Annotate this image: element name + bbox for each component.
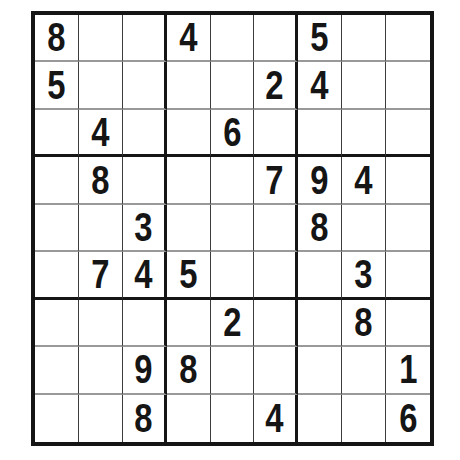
- cell-r1c8[interactable]: [342, 15, 386, 62]
- cell-r8c3[interactable]: 9: [123, 347, 167, 394]
- cell-r6c1[interactable]: [35, 252, 79, 299]
- cell-r4c5[interactable]: [211, 157, 255, 204]
- cell-r3c7[interactable]: [298, 110, 342, 157]
- cell-r1c2[interactable]: [79, 15, 123, 62]
- cell-r2c2[interactable]: [79, 62, 123, 109]
- given-digit: 6: [399, 398, 417, 439]
- cell-r3c6[interactable]: [254, 110, 298, 157]
- cell-r3c2[interactable]: 4: [79, 110, 123, 157]
- cell-r2c9[interactable]: [386, 62, 430, 109]
- cell-r6c3[interactable]: 4: [123, 252, 167, 299]
- given-digit: 3: [355, 254, 373, 295]
- given-digit: 4: [134, 254, 152, 295]
- cell-r5c6[interactable]: [254, 205, 298, 252]
- cell-r9c1[interactable]: [35, 395, 79, 442]
- cell-r4c6[interactable]: 7: [254, 157, 298, 204]
- cell-r5c7[interactable]: 8: [298, 205, 342, 252]
- cell-r4c3[interactable]: [123, 157, 167, 204]
- given-digit: 4: [355, 160, 373, 201]
- cell-r9c5[interactable]: [211, 395, 255, 442]
- cell-r8c2[interactable]: [79, 347, 123, 394]
- given-digit: 4: [266, 398, 284, 439]
- cell-r8c4[interactable]: 8: [167, 347, 211, 394]
- cell-r6c6[interactable]: [254, 252, 298, 299]
- cell-r4c4[interactable]: [167, 157, 211, 204]
- cell-r1c3[interactable]: [123, 15, 167, 62]
- given-digit: 4: [91, 112, 109, 153]
- cell-r4c8[interactable]: 4: [342, 157, 386, 204]
- cell-r9c2[interactable]: [79, 395, 123, 442]
- given-digit: 2: [223, 302, 241, 343]
- cell-r5c9[interactable]: [386, 205, 430, 252]
- cell-r3c5[interactable]: 6: [211, 110, 255, 157]
- cell-r7c5[interactable]: 2: [211, 300, 255, 347]
- given-digit: 1: [399, 349, 417, 390]
- cell-r9c6[interactable]: 4: [254, 395, 298, 442]
- given-digit: 8: [91, 160, 109, 201]
- cell-r5c8[interactable]: [342, 205, 386, 252]
- cell-r2c3[interactable]: [123, 62, 167, 109]
- cell-r1c6[interactable]: [254, 15, 298, 62]
- cell-r7c8[interactable]: 8: [342, 300, 386, 347]
- cell-r8c1[interactable]: [35, 347, 79, 394]
- cell-r6c4[interactable]: 5: [167, 252, 211, 299]
- cell-r9c8[interactable]: [342, 395, 386, 442]
- cell-r7c4[interactable]: [167, 300, 211, 347]
- given-digit: 6: [223, 112, 241, 153]
- cell-r4c9[interactable]: [386, 157, 430, 204]
- cell-r5c3[interactable]: 3: [123, 205, 167, 252]
- cell-r2c8[interactable]: [342, 62, 386, 109]
- cell-r2c4[interactable]: [167, 62, 211, 109]
- cell-r9c7[interactable]: [298, 395, 342, 442]
- given-digit: 9: [134, 349, 152, 390]
- cell-r4c2[interactable]: 8: [79, 157, 123, 204]
- cell-r3c3[interactable]: [123, 110, 167, 157]
- given-digit: 8: [355, 302, 373, 343]
- cell-r1c5[interactable]: [211, 15, 255, 62]
- cell-r2c6[interactable]: 2: [254, 62, 298, 109]
- cell-r6c5[interactable]: [211, 252, 255, 299]
- cell-r3c4[interactable]: [167, 110, 211, 157]
- given-digit: 3: [134, 207, 152, 248]
- given-digit: 2: [266, 65, 284, 106]
- cell-r6c2[interactable]: 7: [79, 252, 123, 299]
- cell-r8c9[interactable]: 1: [386, 347, 430, 394]
- cell-r2c1[interactable]: 5: [35, 62, 79, 109]
- cell-r5c5[interactable]: [211, 205, 255, 252]
- cell-r6c8[interactable]: 3: [342, 252, 386, 299]
- cell-r6c7[interactable]: [298, 252, 342, 299]
- cell-r5c2[interactable]: [79, 205, 123, 252]
- cell-r3c1[interactable]: [35, 110, 79, 157]
- cell-r4c7[interactable]: 9: [298, 157, 342, 204]
- cell-r9c9[interactable]: 6: [386, 395, 430, 442]
- cell-r1c9[interactable]: [386, 15, 430, 62]
- cell-r9c3[interactable]: 8: [123, 395, 167, 442]
- given-digit: 8: [47, 17, 65, 58]
- given-digit: 4: [179, 17, 197, 58]
- cell-r6c9[interactable]: [386, 252, 430, 299]
- cell-r7c3[interactable]: [123, 300, 167, 347]
- cell-r4c1[interactable]: [35, 157, 79, 204]
- cell-r1c4[interactable]: 4: [167, 15, 211, 62]
- cell-r8c8[interactable]: [342, 347, 386, 394]
- cell-r7c9[interactable]: [386, 300, 430, 347]
- cell-r3c8[interactable]: [342, 110, 386, 157]
- cell-r8c7[interactable]: [298, 347, 342, 394]
- cell-r1c1[interactable]: 8: [35, 15, 79, 62]
- cell-r2c5[interactable]: [211, 62, 255, 109]
- given-digit: 4: [311, 65, 329, 106]
- given-digit: 8: [179, 349, 197, 390]
- given-digit: 5: [311, 17, 329, 58]
- cell-r2c7[interactable]: 4: [298, 62, 342, 109]
- cell-r8c5[interactable]: [211, 347, 255, 394]
- cell-r7c6[interactable]: [254, 300, 298, 347]
- given-digit: 5: [47, 65, 65, 106]
- sudoku-puzzle: 84552446879438745328981846: [0, 0, 460, 460]
- cell-r5c1[interactable]: [35, 205, 79, 252]
- cell-r5c4[interactable]: [167, 205, 211, 252]
- cell-r1c7[interactable]: 5: [298, 15, 342, 62]
- given-digit: 5: [179, 254, 197, 295]
- given-digit: 8: [134, 398, 152, 439]
- cell-r7c1[interactable]: [35, 300, 79, 347]
- given-digit: 8: [311, 207, 329, 248]
- given-digit: 9: [311, 160, 329, 201]
- given-digit: 7: [266, 160, 284, 201]
- cell-r9c4[interactable]: [167, 395, 211, 442]
- sudoku-board: 84552446879438745328981846: [31, 11, 434, 446]
- cell-r8c6[interactable]: [254, 347, 298, 394]
- cell-r3c9[interactable]: [386, 110, 430, 157]
- cell-r7c2[interactable]: [79, 300, 123, 347]
- given-digit: 7: [91, 254, 109, 295]
- cell-r7c7[interactable]: [298, 300, 342, 347]
